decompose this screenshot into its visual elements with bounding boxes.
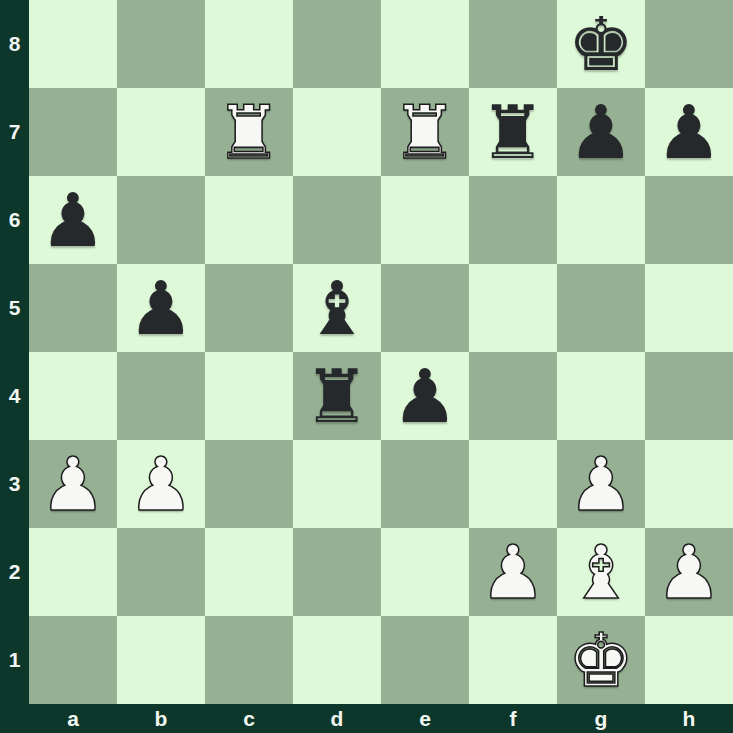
rank-label-4: 4: [0, 352, 29, 440]
square-f3[interactable]: [469, 440, 557, 528]
square-h2[interactable]: ♟: [645, 528, 733, 616]
square-e7[interactable]: ♜: [381, 88, 469, 176]
square-d2[interactable]: [293, 528, 381, 616]
square-c1[interactable]: [205, 616, 293, 704]
piece-black-rook[interactable]: ♜: [293, 352, 381, 440]
rank-label-6: 6: [0, 176, 29, 264]
square-a6[interactable]: ♟: [29, 176, 117, 264]
piece-black-pawn[interactable]: ♟: [117, 264, 205, 352]
file-label-f: f: [469, 704, 557, 733]
square-d5[interactable]: ♝: [293, 264, 381, 352]
piece-white-bishop[interactable]: ♝: [557, 528, 645, 616]
square-a2[interactable]: [29, 528, 117, 616]
square-f7[interactable]: ♜: [469, 88, 557, 176]
square-g7[interactable]: ♟: [557, 88, 645, 176]
square-c5[interactable]: [205, 264, 293, 352]
square-f4[interactable]: [469, 352, 557, 440]
square-c4[interactable]: [205, 352, 293, 440]
square-b3[interactable]: ♟: [117, 440, 205, 528]
rank-label-5: 5: [0, 264, 29, 352]
file-label-g: g: [557, 704, 645, 733]
piece-white-pawn[interactable]: ♟: [557, 440, 645, 528]
square-e5[interactable]: [381, 264, 469, 352]
square-b7[interactable]: [117, 88, 205, 176]
square-h7[interactable]: ♟: [645, 88, 733, 176]
square-h5[interactable]: [645, 264, 733, 352]
square-e2[interactable]: [381, 528, 469, 616]
square-c8[interactable]: [205, 0, 293, 88]
chessboard-frame: 87654321 ♚♜♜♜♟♟♟♟♝♜♟♟♟♟♟♝♟♚ abcdefgh: [0, 0, 733, 733]
square-h3[interactable]: [645, 440, 733, 528]
piece-black-rook[interactable]: ♜: [469, 88, 557, 176]
square-e6[interactable]: [381, 176, 469, 264]
piece-white-pawn[interactable]: ♟: [469, 528, 557, 616]
chessboard[interactable]: ♚♜♜♜♟♟♟♟♝♜♟♟♟♟♟♝♟♚: [29, 0, 733, 704]
square-c2[interactable]: [205, 528, 293, 616]
square-e8[interactable]: [381, 0, 469, 88]
piece-black-king[interactable]: ♚: [557, 0, 645, 88]
rank-label-3: 3: [0, 440, 29, 528]
square-a3[interactable]: ♟: [29, 440, 117, 528]
square-g8[interactable]: ♚: [557, 0, 645, 88]
square-f2[interactable]: ♟: [469, 528, 557, 616]
square-g5[interactable]: [557, 264, 645, 352]
rank-label-8: 8: [0, 0, 29, 88]
square-d3[interactable]: [293, 440, 381, 528]
square-c6[interactable]: [205, 176, 293, 264]
file-label-a: a: [29, 704, 117, 733]
piece-black-bishop[interactable]: ♝: [293, 264, 381, 352]
square-a5[interactable]: [29, 264, 117, 352]
square-b6[interactable]: [117, 176, 205, 264]
rank-label-2: 2: [0, 528, 29, 616]
piece-black-pawn[interactable]: ♟: [557, 88, 645, 176]
file-label-h: h: [645, 704, 733, 733]
piece-black-pawn[interactable]: ♟: [381, 352, 469, 440]
piece-white-king[interactable]: ♚: [557, 616, 645, 704]
square-h1[interactable]: [645, 616, 733, 704]
piece-white-rook[interactable]: ♜: [205, 88, 293, 176]
square-f8[interactable]: [469, 0, 557, 88]
square-f6[interactable]: [469, 176, 557, 264]
square-c7[interactable]: ♜: [205, 88, 293, 176]
square-g2[interactable]: ♝: [557, 528, 645, 616]
piece-white-rook[interactable]: ♜: [381, 88, 469, 176]
square-g6[interactable]: [557, 176, 645, 264]
file-label-b: b: [117, 704, 205, 733]
file-label-d: d: [293, 704, 381, 733]
piece-white-pawn[interactable]: ♟: [29, 440, 117, 528]
square-f1[interactable]: [469, 616, 557, 704]
file-label-e: e: [381, 704, 469, 733]
rank-labels: 87654321: [0, 0, 29, 704]
rank-label-1: 1: [0, 616, 29, 704]
square-g1[interactable]: ♚: [557, 616, 645, 704]
square-d4[interactable]: ♜: [293, 352, 381, 440]
square-d8[interactable]: [293, 0, 381, 88]
square-c3[interactable]: [205, 440, 293, 528]
square-d1[interactable]: [293, 616, 381, 704]
square-b4[interactable]: [117, 352, 205, 440]
square-a1[interactable]: [29, 616, 117, 704]
square-g3[interactable]: ♟: [557, 440, 645, 528]
square-h8[interactable]: [645, 0, 733, 88]
rank-label-7: 7: [0, 88, 29, 176]
square-b5[interactable]: ♟: [117, 264, 205, 352]
square-a7[interactable]: [29, 88, 117, 176]
square-b2[interactable]: [117, 528, 205, 616]
piece-black-pawn[interactable]: ♟: [645, 88, 733, 176]
square-a8[interactable]: [29, 0, 117, 88]
square-e3[interactable]: [381, 440, 469, 528]
file-label-c: c: [205, 704, 293, 733]
square-h4[interactable]: [645, 352, 733, 440]
square-f5[interactable]: [469, 264, 557, 352]
file-labels: abcdefgh: [29, 704, 733, 733]
square-b1[interactable]: [117, 616, 205, 704]
square-g4[interactable]: [557, 352, 645, 440]
square-d7[interactable]: [293, 88, 381, 176]
square-e4[interactable]: ♟: [381, 352, 469, 440]
square-e1[interactable]: [381, 616, 469, 704]
piece-white-pawn[interactable]: ♟: [117, 440, 205, 528]
piece-white-pawn[interactable]: ♟: [645, 528, 733, 616]
piece-black-pawn[interactable]: ♟: [29, 176, 117, 264]
square-a4[interactable]: [29, 352, 117, 440]
square-h6[interactable]: [645, 176, 733, 264]
square-b8[interactable]: [117, 0, 205, 88]
square-d6[interactable]: [293, 176, 381, 264]
